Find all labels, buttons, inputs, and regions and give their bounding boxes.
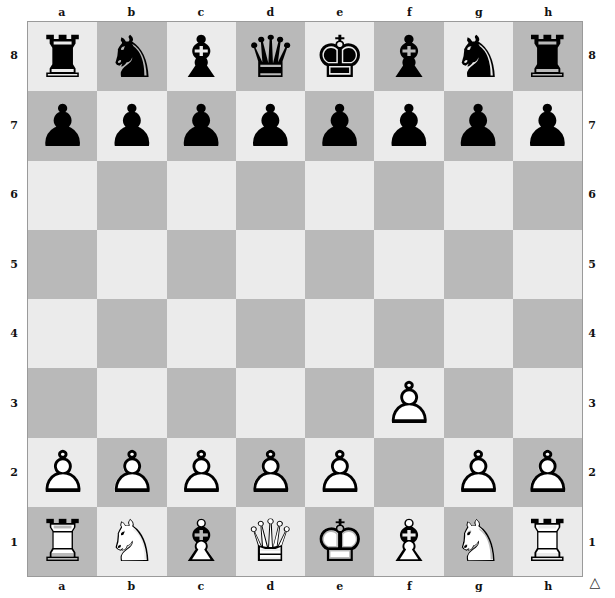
ranks-label: 5 xyxy=(584,230,600,300)
ranks-label: 6 xyxy=(584,160,600,230)
square-g3[interactable] xyxy=(444,368,513,437)
piece-glyph: ♘ xyxy=(97,507,166,576)
square-f2[interactable] xyxy=(374,438,443,507)
ranks-label: 4 xyxy=(6,299,22,369)
white-pawn[interactable]: ♟♙ xyxy=(28,438,97,507)
white-king[interactable]: ♚♔ xyxy=(305,507,374,576)
square-c8[interactable]: ♝ xyxy=(167,22,236,91)
piece-glyph: ♙ xyxy=(513,438,582,507)
white-pawn[interactable]: ♟♙ xyxy=(236,438,305,507)
rank-labels-right: 87654321 xyxy=(584,21,600,577)
white-knight[interactable]: ♞♘ xyxy=(444,507,513,576)
white-bishop[interactable]: ♝♗ xyxy=(167,507,236,576)
square-c4[interactable] xyxy=(167,299,236,368)
square-e8[interactable]: ♚ xyxy=(305,22,374,91)
square-a1[interactable]: ♜♖ xyxy=(28,507,97,576)
square-b6[interactable] xyxy=(97,161,166,230)
black-knight[interactable]: ♞ xyxy=(444,22,513,91)
square-e7[interactable]: ♟ xyxy=(305,91,374,160)
square-h7[interactable]: ♟ xyxy=(513,91,582,160)
square-g7[interactable]: ♟ xyxy=(444,91,513,160)
files-label: c xyxy=(166,578,236,594)
piece-glyph: ♙ xyxy=(28,438,97,507)
square-h8[interactable]: ♜ xyxy=(513,22,582,91)
ranks-label: 3 xyxy=(584,369,600,439)
square-f3[interactable]: ♟♙ xyxy=(374,368,443,437)
square-h5[interactable] xyxy=(513,230,582,299)
black-pawn[interactable]: ♟ xyxy=(305,91,374,160)
piece-glyph: ♗ xyxy=(167,507,236,576)
square-f7[interactable]: ♟ xyxy=(374,91,443,160)
square-d6[interactable] xyxy=(236,161,305,230)
piece-glyph: ♔ xyxy=(305,507,374,576)
white-knight[interactable]: ♞♘ xyxy=(97,507,166,576)
files-label: d xyxy=(236,578,306,594)
square-f5[interactable] xyxy=(374,230,443,299)
ranks-label: 1 xyxy=(584,508,600,578)
square-a3[interactable] xyxy=(28,368,97,437)
files-label: g xyxy=(444,4,514,20)
square-h1[interactable]: ♜♖ xyxy=(513,507,582,576)
piece-glyph: ♗ xyxy=(374,507,443,576)
rank-labels-left: 87654321 xyxy=(6,21,22,577)
files-label: f xyxy=(375,578,445,594)
white-queen[interactable]: ♛♕ xyxy=(236,507,305,576)
white-pawn[interactable]: ♟♙ xyxy=(167,438,236,507)
square-b5[interactable] xyxy=(97,230,166,299)
square-h2[interactable]: ♟♙ xyxy=(513,438,582,507)
square-g5[interactable] xyxy=(444,230,513,299)
square-c1[interactable]: ♝♗ xyxy=(167,507,236,576)
file-labels-top: abcdefgh xyxy=(27,4,583,20)
square-d7[interactable]: ♟ xyxy=(236,91,305,160)
black-queen[interactable]: ♛ xyxy=(236,22,305,91)
files-label: c xyxy=(166,4,236,20)
files-label: a xyxy=(27,4,97,20)
square-a5[interactable] xyxy=(28,230,97,299)
square-g8[interactable]: ♞ xyxy=(444,22,513,91)
square-e2[interactable]: ♟♙ xyxy=(305,438,374,507)
ranks-label: 2 xyxy=(584,438,600,508)
piece-glyph: ♕ xyxy=(236,507,305,576)
ranks-label: 6 xyxy=(6,160,22,230)
square-h4[interactable] xyxy=(513,299,582,368)
square-d8[interactable]: ♛ xyxy=(236,22,305,91)
files-label: f xyxy=(375,4,445,20)
file-labels-bottom: abcdefgh xyxy=(27,578,583,594)
square-b2[interactable]: ♟♙ xyxy=(97,438,166,507)
square-b8[interactable]: ♞ xyxy=(97,22,166,91)
black-knight[interactable]: ♞ xyxy=(97,22,166,91)
files-label: e xyxy=(305,578,375,594)
white-pawn[interactable]: ♟♙ xyxy=(97,438,166,507)
square-e5[interactable] xyxy=(305,230,374,299)
ranks-label: 2 xyxy=(6,438,22,508)
white-bishop[interactable]: ♝♗ xyxy=(374,507,443,576)
white-rook[interactable]: ♜♖ xyxy=(513,507,582,576)
square-b1[interactable]: ♞♘ xyxy=(97,507,166,576)
square-d4[interactable] xyxy=(236,299,305,368)
square-g2[interactable]: ♟♙ xyxy=(444,438,513,507)
white-pawn[interactable]: ♟♙ xyxy=(444,438,513,507)
square-f4[interactable] xyxy=(374,299,443,368)
piece-glyph: ♙ xyxy=(167,438,236,507)
square-g1[interactable]: ♞♘ xyxy=(444,507,513,576)
white-pawn[interactable]: ♟♙ xyxy=(513,438,582,507)
black-pawn[interactable]: ♟ xyxy=(374,91,443,160)
black-pawn[interactable]: ♟ xyxy=(513,91,582,160)
side-to-move-indicator: △ xyxy=(586,573,604,591)
piece-glyph: ♙ xyxy=(97,438,166,507)
black-bishop[interactable]: ♝ xyxy=(167,22,236,91)
piece-glyph: ♙ xyxy=(374,368,443,437)
square-f1[interactable]: ♝♗ xyxy=(374,507,443,576)
square-c6[interactable] xyxy=(167,161,236,230)
square-a8[interactable]: ♜ xyxy=(28,22,97,91)
black-rook[interactable]: ♜ xyxy=(28,22,97,91)
white-pawn[interactable]: ♟♙ xyxy=(305,438,374,507)
square-d1[interactable]: ♛♕ xyxy=(236,507,305,576)
black-rook[interactable]: ♜ xyxy=(513,22,582,91)
black-pawn[interactable]: ♟ xyxy=(97,91,166,160)
square-d5[interactable] xyxy=(236,230,305,299)
ranks-label: 1 xyxy=(6,508,22,578)
ranks-label: 3 xyxy=(6,369,22,439)
square-e1[interactable]: ♚♔ xyxy=(305,507,374,576)
ranks-label: 4 xyxy=(584,299,600,369)
files-label: b xyxy=(97,578,167,594)
square-a2[interactable]: ♟♙ xyxy=(28,438,97,507)
square-g6[interactable] xyxy=(444,161,513,230)
square-f6[interactable] xyxy=(374,161,443,230)
square-c2[interactable]: ♟♙ xyxy=(167,438,236,507)
piece-glyph: ♖ xyxy=(513,507,582,576)
files-label: h xyxy=(514,578,584,594)
square-h6[interactable] xyxy=(513,161,582,230)
square-d3[interactable] xyxy=(236,368,305,437)
black-pawn[interactable]: ♟ xyxy=(236,91,305,160)
black-bishop[interactable]: ♝ xyxy=(374,22,443,91)
square-c3[interactable] xyxy=(167,368,236,437)
ranks-label: 7 xyxy=(6,91,22,161)
black-pawn[interactable]: ♟ xyxy=(444,91,513,160)
files-label: g xyxy=(444,578,514,594)
ranks-label: 8 xyxy=(584,21,600,91)
piece-glyph: ♘ xyxy=(444,507,513,576)
piece-glyph: ♙ xyxy=(305,438,374,507)
square-f8[interactable]: ♝ xyxy=(374,22,443,91)
ranks-label: 8 xyxy=(6,21,22,91)
files-label: e xyxy=(305,4,375,20)
files-label: b xyxy=(97,4,167,20)
square-b3[interactable] xyxy=(97,368,166,437)
square-c5[interactable] xyxy=(167,230,236,299)
white-rook[interactable]: ♜♖ xyxy=(28,507,97,576)
black-pawn[interactable]: ♟ xyxy=(167,91,236,160)
files-label: h xyxy=(514,4,584,20)
ranks-label: 7 xyxy=(584,91,600,161)
piece-glyph: ♙ xyxy=(236,438,305,507)
black-pawn[interactable]: ♟ xyxy=(28,91,97,160)
square-a7[interactable]: ♟ xyxy=(28,91,97,160)
files-label: a xyxy=(27,578,97,594)
ranks-label: 5 xyxy=(6,230,22,300)
square-e3[interactable] xyxy=(305,368,374,437)
files-label: d xyxy=(236,4,306,20)
square-a4[interactable] xyxy=(28,299,97,368)
piece-glyph: ♙ xyxy=(444,438,513,507)
square-d2[interactable]: ♟♙ xyxy=(236,438,305,507)
square-e6[interactable] xyxy=(305,161,374,230)
black-king[interactable]: ♚ xyxy=(305,22,374,91)
square-c7[interactable]: ♟ xyxy=(167,91,236,160)
square-b7[interactable]: ♟ xyxy=(97,91,166,160)
white-pawn[interactable]: ♟♙ xyxy=(374,368,443,437)
piece-glyph: ♖ xyxy=(28,507,97,576)
chessboard: ♜♞♝♛♚♝♞♜♟♟♟♟♟♟♟♟♟♙♟♙♟♙♟♙♟♙♟♙♟♙♟♙♜♖♞♘♝♗♛♕… xyxy=(27,21,583,577)
square-b4[interactable] xyxy=(97,299,166,368)
square-e4[interactable] xyxy=(305,299,374,368)
square-h3[interactable] xyxy=(513,368,582,437)
square-g4[interactable] xyxy=(444,299,513,368)
square-a6[interactable] xyxy=(28,161,97,230)
